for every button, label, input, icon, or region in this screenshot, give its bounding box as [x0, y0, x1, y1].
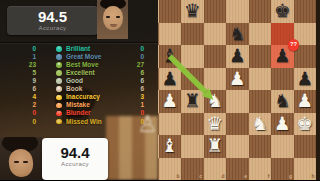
square-d4[interactable]	[204, 90, 227, 113]
accuracy-label-bottom: Accuracy	[42, 161, 108, 167]
square-e6[interactable]	[226, 45, 249, 68]
file-label-c: c	[199, 173, 202, 179]
panel-divider	[0, 42, 158, 43]
chess-board-container: bcdefgh♛♚♞♝♟♟♟♟♜♞♟♞♟♟♛♞♟♚♝♜??	[158, 0, 320, 180]
stats-panel: ♚ ♙ 94.5 Accuracy 0!!Brilliant01!Great M…	[0, 0, 158, 180]
stat-count-left: 9	[0, 77, 36, 85]
photo-bottom-eye	[14, 161, 19, 163]
square-e8[interactable]	[226, 0, 249, 23]
stat-count-left: 0	[0, 109, 36, 117]
square-c3[interactable]	[181, 113, 204, 136]
file-label-d: d	[221, 173, 224, 179]
square-d7[interactable]	[204, 23, 227, 46]
stat-count-right: 1	[140, 101, 144, 109]
stat-label: Missed Win	[66, 118, 102, 126]
square-e7[interactable]	[226, 23, 249, 46]
square-e4[interactable]	[226, 90, 249, 113]
stat-count-left: 23	[0, 61, 36, 69]
file-label-b: b	[176, 173, 179, 179]
square-h8[interactable]	[294, 0, 317, 23]
square-e1[interactable]: e	[226, 158, 249, 181]
square-b1[interactable]: b	[159, 158, 182, 181]
stat-count-left: 0	[0, 118, 36, 126]
stat-row-great-move: 1!Great Move0	[0, 53, 157, 61]
square-d5[interactable]	[204, 68, 227, 91]
square-g3[interactable]	[271, 113, 294, 136]
chess-board[interactable]: bcdefgh♛♚♞♝♟♟♟♟♜♞♟♞♟♟♛♞♟♚♝♜??	[158, 0, 316, 180]
accuracy-value-top: 94.5	[7, 8, 98, 25]
square-f2[interactable]	[249, 135, 272, 158]
square-h5[interactable]	[294, 68, 317, 91]
square-b6[interactable]	[159, 45, 182, 68]
stat-row-good: 9✓Good6	[0, 77, 157, 85]
stat-count-right: 3	[140, 93, 144, 101]
stat-label: Best Move	[66, 61, 99, 69]
square-c2[interactable]	[181, 135, 204, 158]
square-c4[interactable]	[181, 90, 204, 113]
stat-count-left: 1	[0, 53, 36, 61]
stat-count-right: 6	[140, 69, 144, 77]
accuracy-value-bottom: 94.4	[42, 144, 108, 161]
square-c1[interactable]: c	[181, 158, 204, 181]
square-e3[interactable]	[226, 113, 249, 136]
stat-label: Inaccuracy	[66, 93, 100, 101]
square-d1[interactable]: d	[204, 158, 227, 181]
missed-win-icon: ◎	[56, 119, 62, 125]
stat-count-left: 4	[0, 93, 36, 101]
file-label-e: e	[244, 173, 247, 179]
photo-bottom-eye	[23, 161, 28, 163]
square-f7[interactable]	[249, 23, 272, 46]
stat-row-book: 6▤Book6	[0, 85, 157, 93]
stat-row-missed-win: 0◎Missed Win0	[0, 118, 157, 126]
stat-row-excellent: 5!Excellent6	[0, 69, 157, 77]
square-f1[interactable]: f	[249, 158, 272, 181]
square-c8[interactable]	[181, 0, 204, 23]
photo-top-eye	[116, 16, 120, 18]
square-b2[interactable]	[159, 135, 182, 158]
square-f6[interactable]	[249, 45, 272, 68]
stat-count-right: 0	[140, 109, 144, 117]
stat-count-right: 0	[140, 53, 144, 61]
square-g8[interactable]	[271, 0, 294, 23]
brilliant-icon: !!	[56, 46, 62, 52]
stat-count-right: 0	[140, 45, 144, 53]
stat-label: Blunder	[66, 109, 91, 117]
mistake-icon: ?	[56, 103, 62, 109]
square-b8[interactable]	[159, 0, 182, 23]
stat-count-left: 5	[0, 69, 36, 77]
stat-count-right: 6	[140, 77, 144, 85]
stat-row-blunder: 0??Blunder0	[0, 109, 157, 117]
player-photo-bottom	[0, 137, 42, 180]
square-c7[interactable]	[181, 23, 204, 46]
square-d6[interactable]	[204, 45, 227, 68]
stat-label: Good	[66, 77, 83, 85]
best-move-icon: ★	[56, 62, 62, 68]
stat-count-left: 2	[0, 101, 36, 109]
stat-count-left: 0	[0, 45, 36, 53]
square-b5[interactable]	[159, 68, 182, 91]
square-h4[interactable]	[294, 90, 317, 113]
thumbnail-stage: ♚ ♙ 94.5 Accuracy 0!!Brilliant01!Great M…	[0, 0, 320, 180]
square-g4[interactable]	[271, 90, 294, 113]
square-b4[interactable]	[159, 90, 182, 113]
excellent-icon: !	[56, 70, 62, 76]
photo-bottom-face	[8, 148, 35, 178]
stat-row-best-move: 23★Best Move27	[0, 61, 157, 69]
stat-label: Great Move	[66, 53, 101, 61]
accuracy-card-bottom: 94.4 Accuracy	[42, 138, 108, 180]
square-g2[interactable]	[271, 135, 294, 158]
square-h3[interactable]	[294, 113, 317, 136]
square-f5[interactable]	[249, 68, 272, 91]
square-f4[interactable]	[249, 90, 272, 113]
accuracy-label-top: Accuracy	[7, 25, 98, 31]
file-label-f: f	[268, 173, 270, 179]
stat-count-right: 0	[140, 118, 144, 126]
stat-label: Mistake	[66, 101, 90, 109]
photo-top-eye	[106, 16, 110, 18]
square-c5[interactable]	[181, 68, 204, 91]
background-wooden-board-photo	[106, 116, 158, 180]
square-b7[interactable]	[159, 23, 182, 46]
file-label-h: h	[311, 173, 314, 179]
blunder-badge: ??	[288, 39, 300, 51]
great-move-icon: !	[56, 54, 62, 60]
good-icon: ✓	[56, 78, 62, 84]
photo-top-mouth	[110, 24, 117, 27]
square-d2[interactable]	[204, 135, 227, 158]
square-e2[interactable]	[226, 135, 249, 158]
stat-count-right: 27	[137, 61, 144, 69]
square-c6[interactable]	[181, 45, 204, 68]
stat-label: Book	[66, 85, 82, 93]
stat-count-right: 6	[140, 85, 144, 93]
stat-row-brilliant: 0!!Brilliant0	[0, 45, 157, 53]
square-h2[interactable]	[294, 135, 317, 158]
stat-label: Excellent	[66, 69, 95, 77]
blunder-icon: ??	[56, 111, 62, 117]
square-f3[interactable]	[249, 113, 272, 136]
square-d8[interactable]	[204, 0, 227, 23]
inaccuracy-icon: ?!	[56, 95, 62, 101]
stat-label: Brilliant	[66, 45, 90, 53]
square-h1[interactable]: h	[294, 158, 317, 181]
stat-row-inaccuracy: 4?!Inaccuracy3	[0, 93, 157, 101]
book-icon: ▤	[56, 86, 62, 92]
square-g1[interactable]: g	[271, 158, 294, 181]
accuracy-card-top: 94.5 Accuracy	[7, 6, 98, 35]
square-e5[interactable]	[226, 68, 249, 91]
square-f8[interactable]	[249, 0, 272, 23]
stat-row-mistake: 2?Mistake1	[0, 101, 157, 109]
square-b3[interactable]	[159, 113, 182, 136]
file-label-g: g	[289, 173, 292, 179]
player-photo-top	[97, 0, 128, 39]
square-g5[interactable]	[271, 68, 294, 91]
stat-count-left: 6	[0, 85, 36, 93]
square-d3[interactable]	[204, 113, 227, 136]
